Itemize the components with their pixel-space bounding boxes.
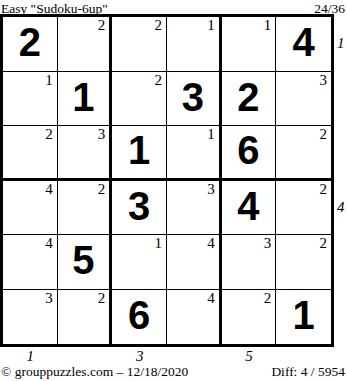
cell-r3c2[interactable]: 3 (58, 126, 113, 181)
corner-mark: 1 (207, 127, 215, 142)
given-digit: 2 (237, 77, 259, 120)
corner-mark: 2 (98, 182, 106, 197)
cell-r5c5[interactable]: 3 (222, 235, 277, 290)
cell-r2c6[interactable]: 3 (276, 72, 331, 127)
cell-r4c2[interactable]: 2 (58, 181, 113, 236)
cell-r3c6[interactable]: 2 (276, 126, 331, 181)
cell-r4c3: 3 (112, 181, 167, 236)
cell-r4c6[interactable]: 2 (276, 181, 331, 236)
corner-mark: 2 (320, 182, 328, 197)
cell-r6c5[interactable]: 2 (222, 290, 277, 345)
given-digit: 2 (19, 22, 41, 65)
cell-r4c1[interactable]: 4 (3, 181, 58, 236)
cell-r3c1[interactable]: 2 (3, 126, 58, 181)
corner-mark: 3 (264, 236, 272, 251)
cell-r5c2: 5 (58, 235, 113, 290)
cell-r6c1[interactable]: 3 (3, 290, 58, 345)
cell-r2c2: 1 (58, 72, 113, 127)
corner-mark: 3 (207, 182, 215, 197)
cell-r2c5: 2 (222, 72, 277, 127)
corner-mark: 2 (45, 127, 53, 142)
corner-mark: 3 (45, 291, 53, 306)
corner-mark: 4 (207, 291, 215, 306)
given-digit: 3 (182, 77, 204, 120)
cell-r2c4: 3 (167, 72, 222, 127)
cell-r5c1[interactable]: 4 (3, 235, 58, 290)
corner-mark: 1 (155, 236, 163, 251)
cell-r3c5: 6 (222, 126, 277, 181)
corner-mark: 2 (320, 127, 328, 142)
difficulty-text: Diff: 4 / 5954 (271, 364, 345, 380)
corner-mark: 2 (264, 291, 272, 306)
cell-r1c4[interactable]: 1 (167, 17, 222, 72)
col-label-1: 1 (27, 349, 35, 364)
corner-mark: 3 (98, 127, 106, 142)
cell-r6c4[interactable]: 4 (167, 290, 222, 345)
cell-r2c3[interactable]: 2 (112, 72, 167, 127)
corner-mark: 1 (264, 18, 272, 33)
corner-mark: 2 (155, 18, 163, 33)
cell-r1c6: 4 (276, 17, 331, 72)
cell-r5c6[interactable]: 2 (276, 235, 331, 290)
corner-mark: 4 (207, 236, 215, 251)
given-digit: 1 (128, 130, 150, 173)
footer: © grouppuzzles.com – 12/18/2020 Diff: 4 … (1, 364, 345, 380)
row-label-4: 4 (337, 200, 345, 215)
given-digit: 3 (128, 186, 150, 229)
given-digit: 6 (128, 295, 150, 338)
cell-r4c4[interactable]: 3 (167, 181, 222, 236)
cell-r1c5[interactable]: 1 (222, 17, 277, 72)
corner-mark: 1 (207, 18, 215, 33)
corner-mark: 1 (45, 73, 53, 88)
copyright-text: © grouppuzzles.com – 12/18/2020 (1, 364, 188, 380)
col-label-3: 3 (136, 349, 144, 364)
puzzle-page: Easy "Sudoku-6up" 24/36 2221141123232311… (0, 0, 347, 381)
corner-mark: 3 (320, 73, 328, 88)
cell-r5c3[interactable]: 1 (112, 235, 167, 290)
cell-r6c6: 1 (276, 290, 331, 345)
cell-r6c2[interactable]: 2 (58, 290, 113, 345)
corner-mark: 4 (45, 236, 53, 251)
cell-r4c5: 4 (222, 181, 277, 236)
cell-r1c2[interactable]: 2 (58, 17, 113, 72)
corner-mark: 2 (320, 236, 328, 251)
corner-mark: 4 (45, 182, 53, 197)
cell-r3c4[interactable]: 1 (167, 126, 222, 181)
given-digit: 4 (293, 22, 315, 65)
sudoku-grid: 222114112323231162423342451432326421 (0, 14, 334, 347)
cell-r2c1[interactable]: 1 (3, 72, 58, 127)
cell-r1c1: 2 (3, 17, 58, 72)
corner-mark: 2 (98, 18, 106, 33)
cell-r3c3: 1 (112, 126, 167, 181)
given-digit: 6 (237, 130, 259, 173)
col-label-5: 5 (245, 349, 253, 364)
corner-mark: 2 (155, 73, 163, 88)
row-label-1: 1 (337, 36, 345, 51)
given-digit: 1 (72, 77, 94, 120)
given-digit: 4 (237, 186, 259, 229)
cell-r6c3: 6 (112, 290, 167, 345)
cell-r5c4[interactable]: 4 (167, 235, 222, 290)
corner-mark: 2 (98, 291, 106, 306)
given-digit: 5 (72, 240, 94, 283)
given-digit: 1 (293, 295, 315, 338)
cell-r1c3[interactable]: 2 (112, 17, 167, 72)
